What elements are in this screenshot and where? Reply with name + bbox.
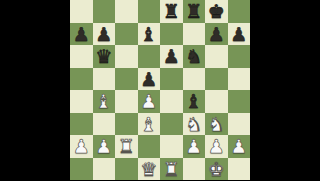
square-b7[interactable]: ♟ (93, 23, 116, 46)
square-h1[interactable] (228, 158, 251, 181)
square-c3[interactable] (115, 113, 138, 136)
square-f3[interactable]: ♞ (183, 113, 206, 136)
piece-white-rook[interactable]: ♜ (160, 158, 183, 181)
square-e3[interactable] (160, 113, 183, 136)
square-e4[interactable] (160, 90, 183, 113)
square-h5[interactable] (228, 68, 251, 91)
square-d3[interactable]: ♝ (138, 113, 161, 136)
letterbox-right (250, 0, 320, 180)
piece-white-bishop[interactable]: ♝ (138, 113, 161, 136)
square-f1[interactable] (183, 158, 206, 181)
square-d6[interactable] (138, 45, 161, 68)
square-e1[interactable]: ♜ (160, 158, 183, 181)
square-f4[interactable]: ♝ (183, 90, 206, 113)
square-a6[interactable] (70, 45, 93, 68)
square-d2[interactable] (138, 135, 161, 158)
square-a4[interactable] (70, 90, 93, 113)
square-g1[interactable]: ♚ (205, 158, 228, 181)
square-a5[interactable] (70, 68, 93, 91)
square-d8[interactable] (138, 0, 161, 23)
piece-black-bishop[interactable]: ♝ (138, 23, 161, 46)
square-e7[interactable] (160, 23, 183, 46)
square-h2[interactable]: ♟ (228, 135, 251, 158)
square-b6[interactable]: ♛ (93, 45, 116, 68)
square-c4[interactable] (115, 90, 138, 113)
piece-white-king[interactable]: ♚ (205, 158, 228, 181)
piece-white-queen[interactable]: ♛ (138, 158, 161, 181)
piece-black-pawn[interactable]: ♟ (138, 68, 161, 91)
square-c6[interactable] (115, 45, 138, 68)
piece-white-pawn[interactable]: ♟ (70, 135, 93, 158)
square-g8[interactable]: ♚ (205, 0, 228, 23)
piece-black-pawn[interactable]: ♟ (160, 45, 183, 68)
piece-black-king[interactable]: ♚ (205, 0, 228, 23)
piece-white-pawn[interactable]: ♟ (205, 135, 228, 158)
piece-white-knight[interactable]: ♞ (205, 113, 228, 136)
square-h4[interactable] (228, 90, 251, 113)
square-d4[interactable]: ♟ (138, 90, 161, 113)
square-f5[interactable] (183, 68, 206, 91)
square-g3[interactable]: ♞ (205, 113, 228, 136)
square-c2[interactable]: ♜ (115, 135, 138, 158)
square-f6[interactable]: ♞ (183, 45, 206, 68)
square-d1[interactable]: ♛ (138, 158, 161, 181)
square-a2[interactable]: ♟ (70, 135, 93, 158)
square-b4[interactable]: ♝ (93, 90, 116, 113)
square-b1[interactable] (93, 158, 116, 181)
chess-board: ♜♜♚♟♟♝♟♟♛♟♞♟♝♟♝♝♞♞♟♟♜♟♟♟♛♜♚ (70, 0, 250, 180)
square-h8[interactable] (228, 0, 251, 23)
letterbox-left (0, 0, 70, 180)
square-a3[interactable] (70, 113, 93, 136)
piece-black-bishop[interactable]: ♝ (183, 90, 206, 113)
piece-white-knight[interactable]: ♞ (183, 113, 206, 136)
piece-white-pawn[interactable]: ♟ (183, 135, 206, 158)
square-a7[interactable]: ♟ (70, 23, 93, 46)
piece-white-bishop[interactable]: ♝ (93, 90, 116, 113)
square-g2[interactable]: ♟ (205, 135, 228, 158)
piece-white-pawn[interactable]: ♟ (228, 135, 251, 158)
square-f2[interactable]: ♟ (183, 135, 206, 158)
square-h3[interactable] (228, 113, 251, 136)
square-d7[interactable]: ♝ (138, 23, 161, 46)
square-c1[interactable] (115, 158, 138, 181)
piece-black-rook[interactable]: ♜ (183, 0, 206, 23)
square-c7[interactable] (115, 23, 138, 46)
square-e2[interactable] (160, 135, 183, 158)
square-c8[interactable] (115, 0, 138, 23)
square-h7[interactable]: ♟ (228, 23, 251, 46)
piece-black-knight[interactable]: ♞ (183, 45, 206, 68)
piece-black-queen[interactable]: ♛ (93, 45, 116, 68)
chess-app-stage: ♜♜♚♟♟♝♟♟♛♟♞♟♝♟♝♝♞♞♟♟♜♟♟♟♛♜♚ (0, 0, 320, 180)
square-g5[interactable] (205, 68, 228, 91)
square-a8[interactable] (70, 0, 93, 23)
piece-black-pawn[interactable]: ♟ (205, 23, 228, 46)
square-e8[interactable]: ♜ (160, 0, 183, 23)
piece-black-pawn[interactable]: ♟ (93, 23, 116, 46)
square-e5[interactable] (160, 68, 183, 91)
square-g7[interactable]: ♟ (205, 23, 228, 46)
square-e6[interactable]: ♟ (160, 45, 183, 68)
piece-black-pawn[interactable]: ♟ (70, 23, 93, 46)
piece-black-pawn[interactable]: ♟ (228, 23, 251, 46)
piece-white-pawn[interactable]: ♟ (138, 90, 161, 113)
square-b3[interactable] (93, 113, 116, 136)
piece-white-rook[interactable]: ♜ (115, 135, 138, 158)
square-b8[interactable] (93, 0, 116, 23)
square-c5[interactable] (115, 68, 138, 91)
piece-white-pawn[interactable]: ♟ (93, 135, 116, 158)
square-h6[interactable] (228, 45, 251, 68)
square-d5[interactable]: ♟ (138, 68, 161, 91)
piece-black-rook[interactable]: ♜ (160, 0, 183, 23)
square-f7[interactable] (183, 23, 206, 46)
square-f8[interactable]: ♜ (183, 0, 206, 23)
square-g4[interactable] (205, 90, 228, 113)
square-g6[interactable] (205, 45, 228, 68)
square-b2[interactable]: ♟ (93, 135, 116, 158)
square-b5[interactable] (93, 68, 116, 91)
square-a1[interactable] (70, 158, 93, 181)
